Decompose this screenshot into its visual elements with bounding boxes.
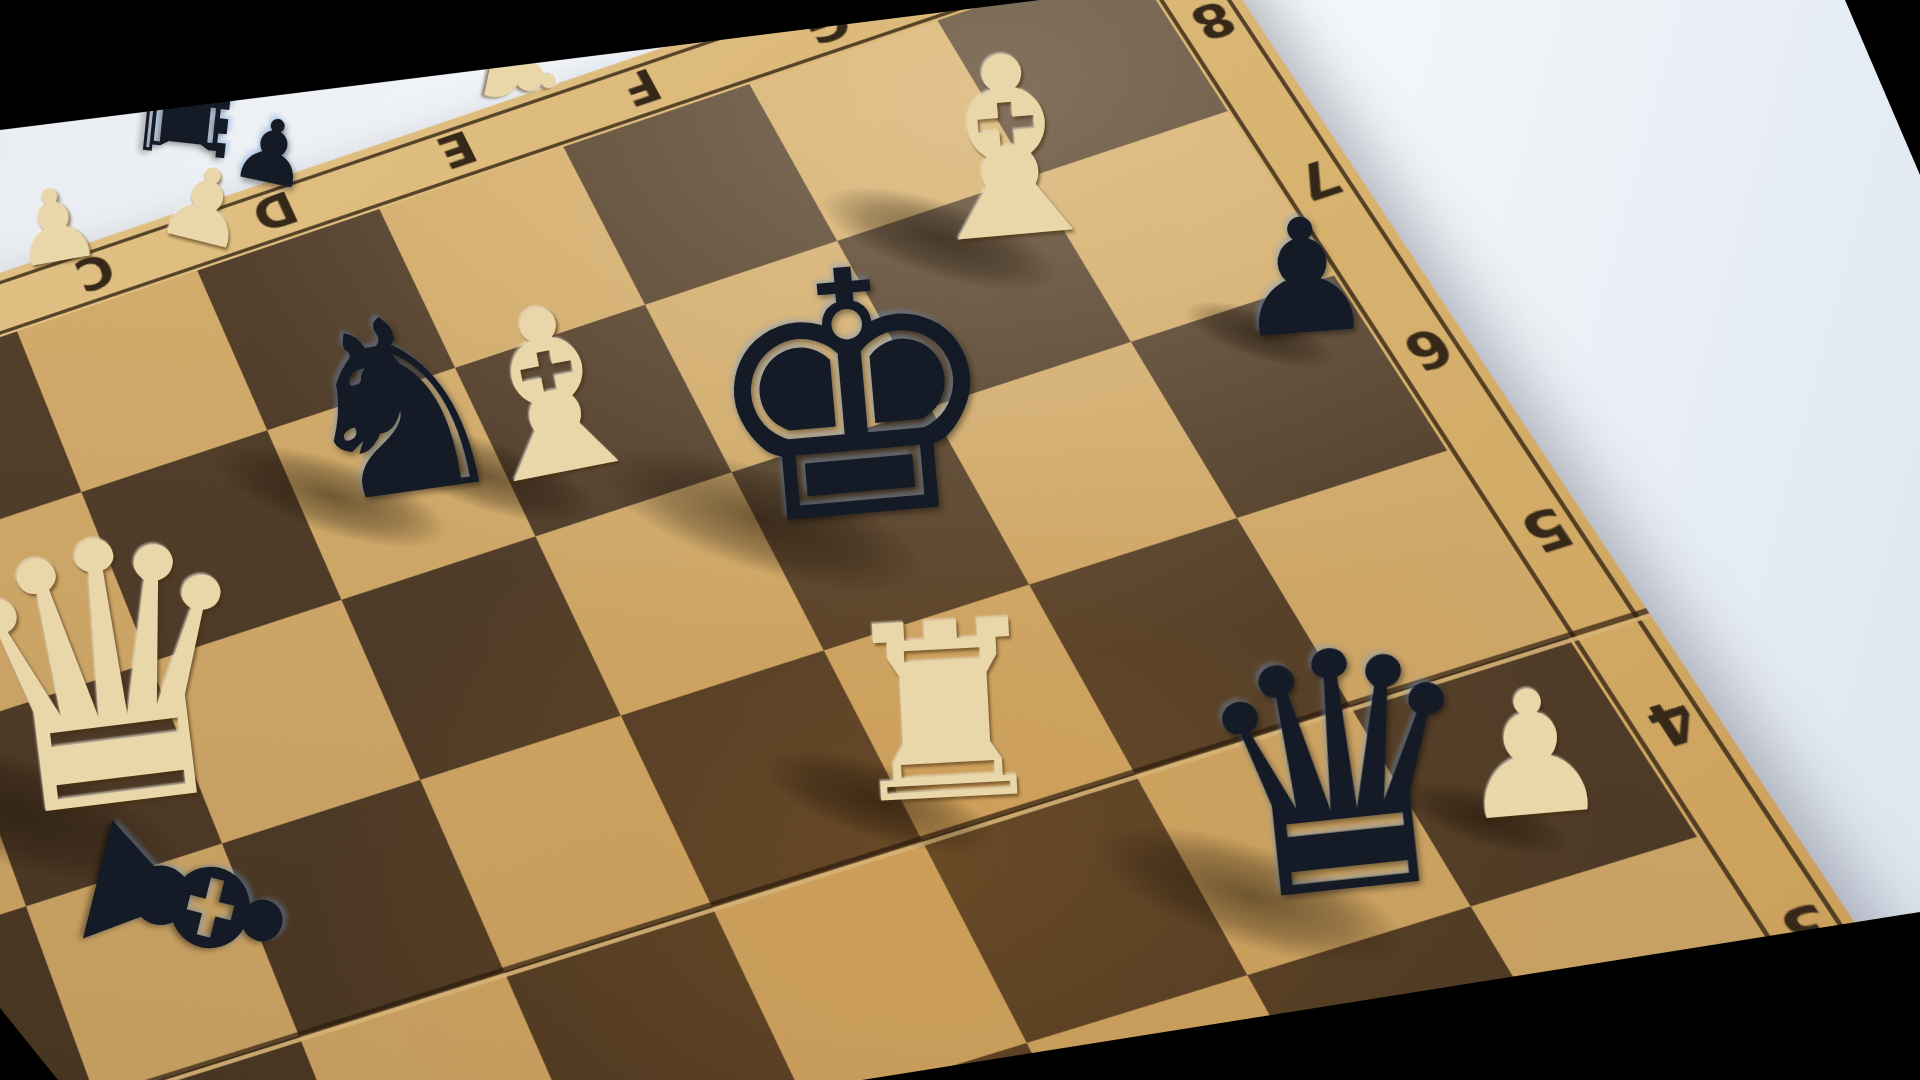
rank-label-6: 6: [1392, 316, 1466, 382]
rank-label-5: 5: [1508, 495, 1586, 565]
rank-label-3: 3: [1766, 890, 1852, 969]
rank-label-7: 7: [1283, 148, 1353, 211]
file-label-e: E: [429, 121, 486, 179]
captured-black-rook-lying: ♜: [124, 67, 246, 179]
file-label-f: F: [612, 58, 671, 116]
board-squares: [0, 0, 1920, 1080]
video-frame: ABCDEFGH87654321 ♝♟♝♞♚♜♛♟♛♝♜♟♟♟♟: [0, 0, 1920, 1080]
rank-label-8: 8: [1180, 0, 1247, 50]
chess-board: ABCDEFGH87654321: [0, 0, 1920, 1080]
file-label-d: D: [244, 181, 306, 242]
file-label-c: C: [68, 243, 123, 302]
file-label-g: G: [793, 0, 861, 54]
rank-label-4: 4: [1633, 686, 1715, 760]
